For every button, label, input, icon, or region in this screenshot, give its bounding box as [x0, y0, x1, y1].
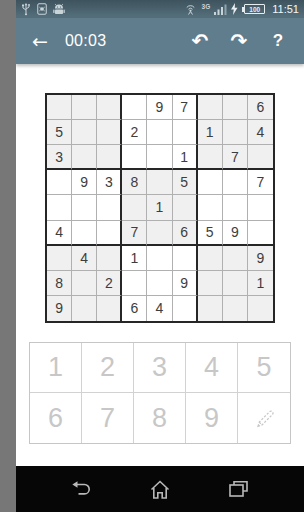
- help-button[interactable]: ?: [265, 31, 291, 51]
- cell-r1c7[interactable]: [198, 95, 223, 120]
- nav-bar: [16, 466, 304, 512]
- cell-r8c3[interactable]: 2: [97, 271, 122, 296]
- cell-r9c5[interactable]: 4: [147, 296, 172, 321]
- cell-r1c3[interactable]: [97, 95, 122, 120]
- cell-r6c4[interactable]: 7: [122, 221, 147, 246]
- cell-r6c9[interactable]: [248, 221, 273, 246]
- cell-r2c1[interactable]: 5: [47, 120, 72, 145]
- cell-r4c3[interactable]: 3: [97, 170, 122, 195]
- pad-key-2[interactable]: 2: [82, 343, 134, 393]
- cell-r2c4[interactable]: 2: [122, 120, 147, 145]
- cell-r7c1[interactable]: [47, 246, 72, 271]
- pencil-icon: [251, 405, 278, 432]
- cell-r4c7[interactable]: [198, 170, 223, 195]
- network-badge: 3G: [202, 3, 211, 10]
- number-pad: 1 2 3 4 5 6 7 8 9: [29, 342, 291, 444]
- cell-r9c6[interactable]: [173, 296, 198, 321]
- cell-r2c8[interactable]: [223, 120, 248, 145]
- home-icon: [148, 479, 172, 500]
- cell-r5c1[interactable]: [47, 195, 72, 220]
- battery-percent: 100: [249, 6, 260, 13]
- cell-r8c6[interactable]: 9: [173, 271, 198, 296]
- cell-r1c9[interactable]: 6: [248, 95, 273, 120]
- charging-icon: [231, 3, 238, 15]
- cell-r8c7[interactable]: [198, 271, 223, 296]
- nav-recents-button[interactable]: [219, 469, 259, 509]
- recents-icon: [227, 480, 250, 499]
- pad-key-6[interactable]: 6: [30, 393, 82, 443]
- cell-r7c4[interactable]: 1: [122, 246, 147, 271]
- cell-r3c2[interactable]: [72, 145, 97, 170]
- cell-r5c4[interactable]: [122, 195, 147, 220]
- cell-r4c6[interactable]: 5: [173, 170, 198, 195]
- cell-r2c2[interactable]: [72, 120, 97, 145]
- cell-r7c3[interactable]: [97, 246, 122, 271]
- cell-r5c9[interactable]: [248, 195, 273, 220]
- cell-r5c6[interactable]: [173, 195, 198, 220]
- cell-r3c7[interactable]: [198, 145, 223, 170]
- cell-r2c3[interactable]: [97, 120, 122, 145]
- cell-r1c1[interactable]: [47, 95, 72, 120]
- cell-r5c7[interactable]: [198, 195, 223, 220]
- clock: 11:51: [272, 3, 299, 15]
- cell-r3c1[interactable]: 3: [47, 145, 72, 170]
- battery-icon: 100: [242, 4, 265, 14]
- pad-key-pencil[interactable]: [238, 393, 290, 443]
- cell-r7c2[interactable]: 4: [72, 246, 97, 271]
- cell-r9c1[interactable]: 9: [47, 296, 72, 321]
- cell-r8c2[interactable]: [72, 271, 97, 296]
- back-icon: [68, 479, 94, 499]
- cell-r6c1[interactable]: 4: [47, 221, 72, 246]
- cell-r8c9[interactable]: 1: [248, 271, 273, 296]
- cell-r5c2[interactable]: [72, 195, 97, 220]
- pad-key-4[interactable]: 4: [186, 343, 238, 393]
- cell-r6c2[interactable]: [72, 221, 97, 246]
- cell-r3c5[interactable]: [147, 145, 172, 170]
- cell-r1c2[interactable]: [72, 95, 97, 120]
- cell-r1c5[interactable]: 9: [147, 95, 172, 120]
- cell-r3c6[interactable]: 1: [173, 145, 198, 170]
- cell-r2c6[interactable]: [173, 120, 198, 145]
- status-left-icons: [21, 3, 65, 16]
- cell-r8c5[interactable]: [147, 271, 172, 296]
- cell-r6c8[interactable]: 9: [223, 221, 248, 246]
- signal-bars-icon: [214, 4, 227, 15]
- cell-r2c5[interactable]: [147, 120, 172, 145]
- cell-r8c1[interactable]: 8: [47, 271, 72, 296]
- cell-r4c9[interactable]: 7: [248, 170, 273, 195]
- cell-r7c9[interactable]: 9: [248, 246, 273, 271]
- cell-r3c8[interactable]: 7: [223, 145, 248, 170]
- cell-r4c2[interactable]: 9: [72, 170, 97, 195]
- cell-r7c6[interactable]: [173, 246, 198, 271]
- usb-debug-icon: [37, 3, 47, 15]
- cell-r8c4[interactable]: [122, 271, 147, 296]
- pad-key-9[interactable]: 9: [186, 393, 238, 443]
- cell-r3c3[interactable]: [97, 145, 122, 170]
- redo-icon[interactable]: ↷: [226, 29, 252, 53]
- cell-r1c4[interactable]: [122, 95, 147, 120]
- cell-r5c5[interactable]: 1: [147, 195, 172, 220]
- cell-r1c8[interactable]: [223, 95, 248, 120]
- cell-r5c8[interactable]: [223, 195, 248, 220]
- cell-r6c5[interactable]: [147, 221, 172, 246]
- phone-screen: 3G 100 11:51 ← 00:03 ↶ ↷ ?: [16, 0, 304, 512]
- pad-key-5[interactable]: 5: [238, 343, 290, 393]
- cell-r6c7[interactable]: 5: [198, 221, 223, 246]
- cell-r9c8[interactable]: [223, 296, 248, 321]
- cell-r3c9[interactable]: [248, 145, 273, 170]
- nav-back-button[interactable]: [61, 469, 101, 509]
- cell-r6c3[interactable]: [97, 221, 122, 246]
- cell-r8c8[interactable]: [223, 271, 248, 296]
- app-bar: ← 00:03 ↶ ↷ ?: [16, 18, 304, 64]
- cell-r4c8[interactable]: [223, 170, 248, 195]
- sudoku-board: 9765214317938571476594198291964: [45, 93, 275, 323]
- cell-r1c6[interactable]: 7: [173, 95, 198, 120]
- hotspot-icon: [184, 3, 197, 15]
- nav-home-button[interactable]: [140, 469, 180, 509]
- status-right-icons: 3G 100 11:51: [184, 3, 299, 15]
- back-arrow-icon[interactable]: ←: [32, 30, 48, 52]
- cell-r9c7[interactable]: [198, 296, 223, 321]
- cell-r6c6[interactable]: 6: [173, 221, 198, 246]
- cell-r9c4[interactable]: 6: [122, 296, 147, 321]
- cell-r4c5[interactable]: [147, 170, 172, 195]
- cell-r2c9[interactable]: 4: [248, 120, 273, 145]
- cell-r7c5[interactable]: [147, 246, 172, 271]
- cell-r2c7[interactable]: 1: [198, 120, 223, 145]
- pad-key-3[interactable]: 3: [134, 343, 186, 393]
- undo-icon[interactable]: ↶: [187, 29, 213, 53]
- cell-r4c4[interactable]: 8: [122, 170, 147, 195]
- game-timer: 00:03: [65, 32, 107, 50]
- pad-key-7[interactable]: 7: [82, 393, 134, 443]
- cell-r9c3[interactable]: [97, 296, 122, 321]
- cell-r3c4[interactable]: [122, 145, 147, 170]
- cell-r5c3[interactable]: [97, 195, 122, 220]
- status-bar: 3G 100 11:51: [16, 0, 304, 18]
- cell-r7c8[interactable]: [223, 246, 248, 271]
- cell-r9c2[interactable]: [72, 296, 97, 321]
- pad-key-8[interactable]: 8: [134, 393, 186, 443]
- cell-r9c9[interactable]: [248, 296, 273, 321]
- cell-r7c7[interactable]: [198, 246, 223, 271]
- usb-icon: [21, 3, 31, 16]
- cell-r4c1[interactable]: [47, 170, 72, 195]
- pad-key-1[interactable]: 1: [30, 343, 82, 393]
- android-robot-icon: [53, 4, 65, 15]
